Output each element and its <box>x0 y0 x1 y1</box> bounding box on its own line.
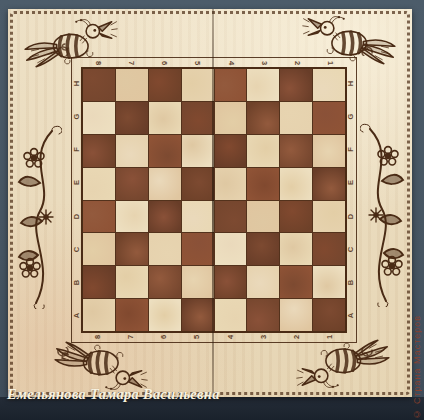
square-h8[interactable] <box>83 69 115 101</box>
square-h7[interactable] <box>116 69 148 101</box>
corner-curl-icon <box>56 347 70 361</box>
photo: 87654321 87654321 HGFEDCBA HGFEDCBA Емел… <box>0 0 424 420</box>
square-a5[interactable] <box>182 299 214 331</box>
square-d5[interactable] <box>182 201 214 233</box>
author-caption: Емельянова Тамара Васильевна <box>7 386 220 403</box>
square-g6[interactable] <box>149 102 181 134</box>
square-e6[interactable] <box>149 168 181 200</box>
square-c3[interactable] <box>247 233 279 265</box>
corner-curl-icon <box>360 347 374 361</box>
corner-curl-icon <box>56 42 70 56</box>
square-f3[interactable] <box>247 135 279 167</box>
square-b3[interactable] <box>247 266 279 298</box>
square-g2[interactable] <box>280 102 312 134</box>
square-d2[interactable] <box>280 201 312 233</box>
labels-right: HGFEDCBA <box>346 67 356 332</box>
square-c2[interactable] <box>280 233 312 265</box>
square-h1[interactable] <box>313 69 345 101</box>
square-d1[interactable] <box>313 201 345 233</box>
square-e7[interactable] <box>116 168 148 200</box>
square-f2[interactable] <box>280 135 312 167</box>
square-b8[interactable] <box>83 266 115 298</box>
floral-vine-left-icon <box>16 125 62 309</box>
square-h2[interactable] <box>280 69 312 101</box>
square-b5[interactable] <box>182 266 214 298</box>
square-d7[interactable] <box>116 201 148 233</box>
square-c5[interactable] <box>182 233 214 265</box>
square-a1[interactable] <box>313 299 345 331</box>
square-h6[interactable] <box>149 69 181 101</box>
square-a2[interactable] <box>280 299 312 331</box>
square-a7[interactable] <box>116 299 148 331</box>
square-c6[interactable] <box>149 233 181 265</box>
watermark: © Страна Мастеров <box>412 315 422 419</box>
square-g8[interactable] <box>83 102 115 134</box>
bird-ornament-bottom-right-icon <box>296 337 392 391</box>
square-e4[interactable] <box>215 168 247 200</box>
chess-grid <box>81 67 347 333</box>
square-h4[interactable] <box>215 69 247 101</box>
square-h3[interactable] <box>247 69 279 101</box>
square-f4[interactable] <box>215 135 247 167</box>
square-e1[interactable] <box>313 168 345 200</box>
square-b4[interactable] <box>215 266 247 298</box>
square-g5[interactable] <box>182 102 214 134</box>
square-e8[interactable] <box>83 168 115 200</box>
square-f7[interactable] <box>116 135 148 167</box>
square-b7[interactable] <box>116 266 148 298</box>
square-g7[interactable] <box>116 102 148 134</box>
square-f5[interactable] <box>182 135 214 167</box>
square-d4[interactable] <box>215 201 247 233</box>
corner-curl-icon <box>360 42 374 56</box>
square-a8[interactable] <box>83 299 115 331</box>
square-c1[interactable] <box>313 233 345 265</box>
square-e3[interactable] <box>247 168 279 200</box>
square-d6[interactable] <box>149 201 181 233</box>
board-fold-seam <box>212 9 214 397</box>
wooden-board: 87654321 87654321 HGFEDCBA HGFEDCBA <box>8 9 412 397</box>
square-g1[interactable] <box>313 102 345 134</box>
square-g4[interactable] <box>215 102 247 134</box>
square-e2[interactable] <box>280 168 312 200</box>
square-b2[interactable] <box>280 266 312 298</box>
square-f8[interactable] <box>83 135 115 167</box>
square-d8[interactable] <box>83 201 115 233</box>
square-c4[interactable] <box>215 233 247 265</box>
board-frame: 87654321 87654321 HGFEDCBA HGFEDCBA <box>71 57 357 343</box>
square-e5[interactable] <box>182 168 214 200</box>
square-f1[interactable] <box>313 135 345 167</box>
square-b1[interactable] <box>313 266 345 298</box>
square-g3[interactable] <box>247 102 279 134</box>
square-f6[interactable] <box>149 135 181 167</box>
square-d3[interactable] <box>247 201 279 233</box>
square-c7[interactable] <box>116 233 148 265</box>
square-b6[interactable] <box>149 266 181 298</box>
square-a3[interactable] <box>247 299 279 331</box>
square-h5[interactable] <box>182 69 214 101</box>
square-a4[interactable] <box>215 299 247 331</box>
square-a6[interactable] <box>149 299 181 331</box>
square-c8[interactable] <box>83 233 115 265</box>
